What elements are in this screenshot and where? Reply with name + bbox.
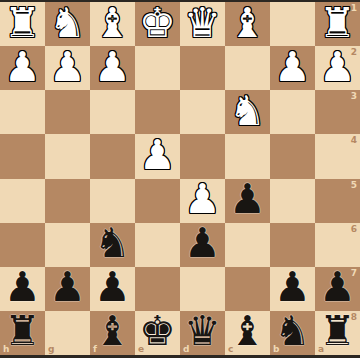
square-g3[interactable]: [45, 90, 90, 134]
white-pawn-icon[interactable]: ♟: [274, 47, 311, 88]
white-pawn-icon[interactable]: ♟: [94, 47, 131, 88]
black-pawn-icon[interactable]: ♟: [49, 267, 86, 308]
square-c8[interactable]: ♝c: [225, 311, 270, 355]
file-label-d: d: [183, 345, 189, 354]
square-f5[interactable]: [90, 179, 135, 223]
square-h3[interactable]: [0, 90, 45, 134]
square-h5[interactable]: [0, 179, 45, 223]
white-knight-icon[interactable]: ♞: [49, 3, 86, 44]
square-e3[interactable]: [135, 90, 180, 134]
square-d1[interactable]: ♛: [180, 2, 225, 46]
square-e4[interactable]: ♟: [135, 134, 180, 178]
square-h7[interactable]: ♟: [0, 267, 45, 311]
white-pawn-icon[interactable]: ♟: [184, 179, 221, 220]
black-pawn-icon[interactable]: ♟: [94, 267, 131, 308]
square-a3[interactable]: 3: [315, 90, 360, 134]
square-d7[interactable]: [180, 267, 225, 311]
square-b7[interactable]: ♟: [270, 267, 315, 311]
white-pawn-icon[interactable]: ♟: [4, 47, 41, 88]
chess-board: ♜♞♝♚♛♝♜1♟♟♟♟♟2♞3♟4♟♟5♞♟6♟♟♟♟♟7♜hg♝f♚e♛d♝…: [0, 2, 360, 355]
square-b3[interactable]: [270, 90, 315, 134]
black-rook-icon[interactable]: ♜: [4, 311, 41, 352]
white-bishop-icon[interactable]: ♝: [94, 3, 131, 44]
square-g5[interactable]: [45, 179, 90, 223]
square-b1[interactable]: [270, 2, 315, 46]
white-knight-icon[interactable]: ♞: [229, 91, 266, 132]
square-h2[interactable]: ♟: [0, 46, 45, 90]
square-g8[interactable]: g: [45, 311, 90, 355]
file-label-b: b: [273, 345, 279, 354]
square-a4[interactable]: 4: [315, 134, 360, 178]
square-d5[interactable]: ♟: [180, 179, 225, 223]
square-f8[interactable]: ♝f: [90, 311, 135, 355]
square-g1[interactable]: ♞: [45, 2, 90, 46]
white-queen-icon[interactable]: ♛: [184, 3, 221, 44]
square-d3[interactable]: [180, 90, 225, 134]
square-f7[interactable]: ♟: [90, 267, 135, 311]
square-g7[interactable]: ♟: [45, 267, 90, 311]
square-c2[interactable]: [225, 46, 270, 90]
black-pawn-icon[interactable]: ♟: [184, 223, 221, 264]
rank-label-5: 5: [351, 181, 357, 190]
square-b5[interactable]: [270, 179, 315, 223]
rank-label-7: 7: [351, 269, 357, 278]
file-label-f: f: [93, 345, 97, 354]
square-f4[interactable]: [90, 134, 135, 178]
file-label-a: a: [318, 345, 324, 354]
square-a2[interactable]: ♟2: [315, 46, 360, 90]
square-c7[interactable]: [225, 267, 270, 311]
square-b8[interactable]: ♞b: [270, 311, 315, 355]
square-h6[interactable]: [0, 223, 45, 267]
square-g4[interactable]: [45, 134, 90, 178]
square-h8[interactable]: ♜h: [0, 311, 45, 355]
square-a1[interactable]: ♜1: [315, 2, 360, 46]
rank-label-4: 4: [351, 136, 357, 145]
square-e8[interactable]: ♚e: [135, 311, 180, 355]
white-king-icon[interactable]: ♚: [139, 3, 176, 44]
white-pawn-icon[interactable]: ♟: [139, 135, 176, 176]
square-a5[interactable]: 5: [315, 179, 360, 223]
square-b4[interactable]: [270, 134, 315, 178]
file-label-g: g: [48, 345, 54, 354]
rank-label-3: 3: [351, 92, 357, 101]
square-b2[interactable]: ♟: [270, 46, 315, 90]
black-king-icon[interactable]: ♚: [139, 311, 176, 352]
square-c4[interactable]: [225, 134, 270, 178]
rank-label-6: 6: [351, 225, 357, 234]
square-d8[interactable]: ♛d: [180, 311, 225, 355]
square-b6[interactable]: [270, 223, 315, 267]
square-e2[interactable]: [135, 46, 180, 90]
square-f6[interactable]: ♞: [90, 223, 135, 267]
square-a8[interactable]: ♜8a: [315, 311, 360, 355]
square-f2[interactable]: ♟: [90, 46, 135, 90]
square-h1[interactable]: ♜: [0, 2, 45, 46]
square-d4[interactable]: [180, 134, 225, 178]
rank-label-2: 2: [351, 48, 357, 57]
black-knight-icon[interactable]: ♞: [94, 223, 131, 264]
square-d6[interactable]: ♟: [180, 223, 225, 267]
rank-label-8: 8: [351, 313, 357, 322]
white-rook-icon[interactable]: ♜: [4, 3, 41, 44]
square-g2[interactable]: ♟: [45, 46, 90, 90]
white-pawn-icon[interactable]: ♟: [49, 47, 86, 88]
square-e6[interactable]: [135, 223, 180, 267]
square-c6[interactable]: [225, 223, 270, 267]
file-label-e: e: [138, 345, 144, 354]
square-e1[interactable]: ♚: [135, 2, 180, 46]
square-e7[interactable]: [135, 267, 180, 311]
square-f1[interactable]: ♝: [90, 2, 135, 46]
black-pawn-icon[interactable]: ♟: [274, 267, 311, 308]
square-a7[interactable]: ♟7: [315, 267, 360, 311]
square-g6[interactable]: [45, 223, 90, 267]
square-c5[interactable]: ♟: [225, 179, 270, 223]
black-bishop-icon[interactable]: ♝: [229, 311, 266, 352]
square-a6[interactable]: 6: [315, 223, 360, 267]
square-d2[interactable]: [180, 46, 225, 90]
file-label-h: h: [3, 345, 9, 354]
black-pawn-icon[interactable]: ♟: [4, 267, 41, 308]
black-knight-icon[interactable]: ♞: [274, 311, 311, 352]
square-c3[interactable]: ♞: [225, 90, 270, 134]
square-c1[interactable]: ♝: [225, 2, 270, 46]
file-label-c: c: [228, 345, 233, 354]
black-bishop-icon[interactable]: ♝: [94, 311, 131, 352]
black-queen-icon[interactable]: ♛: [184, 311, 221, 352]
rank-label-1: 1: [351, 4, 357, 13]
chess-board-frame: ♜♞♝♚♛♝♜1♟♟♟♟♟2♞3♟4♟♟5♞♟6♟♟♟♟♟7♜hg♝f♚e♛d♝…: [0, 0, 360, 358]
square-e5[interactable]: [135, 179, 180, 223]
square-f3[interactable]: [90, 90, 135, 134]
square-h4[interactable]: [0, 134, 45, 178]
black-pawn-icon[interactable]: ♟: [229, 179, 266, 220]
white-bishop-icon[interactable]: ♝: [229, 3, 266, 44]
